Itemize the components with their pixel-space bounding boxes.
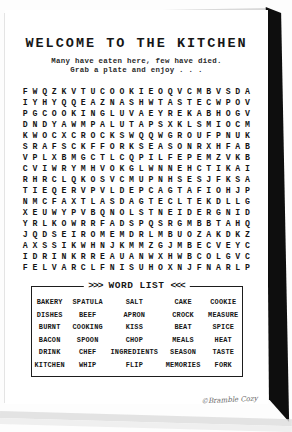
grid-cell[interactable]: N (90, 108, 95, 119)
grid-cell[interactable]: A (226, 218, 231, 229)
grid-cell[interactable]: T (187, 97, 192, 108)
grid-cell[interactable]: I (81, 108, 86, 119)
grid-cell[interactable]: S (158, 119, 163, 130)
grid-cell[interactable]: L (235, 196, 240, 207)
grid-cell[interactable]: K (129, 141, 134, 152)
grid-cell[interactable]: T (206, 163, 211, 174)
word-list-item[interactable]: SALT (110, 296, 158, 309)
word-list-item[interactable]: WHIP (72, 359, 102, 372)
grid-cell[interactable]: P (245, 262, 250, 273)
grid-cell[interactable]: G (168, 130, 173, 141)
grid-cell[interactable]: G (129, 163, 134, 174)
grid-cell[interactable]: T (216, 218, 221, 229)
grid-cell[interactable]: H (139, 97, 144, 108)
grid-cell[interactable]: M (100, 229, 105, 240)
grid-cell[interactable]: H (33, 174, 38, 185)
grid-cell[interactable]: A (100, 119, 105, 130)
word-list-item[interactable]: FORK (208, 359, 238, 372)
grid-cell[interactable]: J (187, 262, 192, 273)
grid-cell[interactable]: D (33, 251, 38, 262)
grid-cell[interactable]: E (226, 240, 231, 251)
grid-cell[interactable]: C (245, 240, 250, 251)
grid-cell[interactable]: T (23, 185, 28, 196)
grid-cell[interactable]: L (42, 218, 47, 229)
grid-cell[interactable]: N (158, 207, 163, 218)
word-list-item[interactable]: COOKING (72, 321, 102, 334)
grid-cell[interactable]: P (71, 207, 76, 218)
grid-cell[interactable]: R (61, 163, 66, 174)
grid-cell[interactable]: D (129, 229, 134, 240)
grid-cell[interactable]: V (100, 163, 105, 174)
grid-cell[interactable]: H (168, 174, 173, 185)
grid-cell[interactable]: T (81, 86, 86, 97)
grid-cell[interactable]: M (81, 119, 86, 130)
grid-cell[interactable]: K (61, 86, 66, 97)
grid-cell[interactable]: D (245, 207, 250, 218)
grid-cell[interactable]: P (33, 152, 38, 163)
grid-cell[interactable]: Z (148, 240, 153, 251)
grid-cell[interactable]: C (81, 262, 86, 273)
grid-cell[interactable]: N (139, 251, 144, 262)
grid-cell[interactable]: F (52, 196, 57, 207)
grid-cell[interactable]: V (245, 108, 250, 119)
grid-cell[interactable]: D (119, 185, 124, 196)
grid-cell[interactable]: E (42, 185, 47, 196)
word-list-item[interactable]: APRON (110, 309, 158, 322)
grid-cell[interactable]: L (90, 262, 95, 273)
grid-cell[interactable]: M (187, 218, 192, 229)
grid-cell[interactable]: M (71, 152, 76, 163)
grid-cell[interactable]: R (226, 262, 231, 273)
grid-cell[interactable]: N (158, 163, 163, 174)
grid-cell[interactable]: F (23, 262, 28, 273)
grid-cell[interactable]: E (33, 207, 38, 218)
grid-cell[interactable]: X (33, 240, 38, 251)
grid-cell[interactable]: W (148, 251, 153, 262)
grid-cell[interactable]: W (216, 97, 221, 108)
grid-cell[interactable]: R (206, 207, 211, 218)
grid-cell[interactable]: C (168, 196, 173, 207)
grid-cell[interactable]: G (235, 108, 240, 119)
grid-cell[interactable]: D (226, 229, 231, 240)
grid-cell[interactable]: G (226, 251, 231, 262)
grid-cell[interactable]: P (23, 108, 28, 119)
grid-cell[interactable]: T (158, 97, 163, 108)
grid-cell[interactable]: U (139, 174, 144, 185)
grid-cell[interactable]: M (129, 174, 134, 185)
grid-cell[interactable]: C (206, 97, 211, 108)
grid-cell[interactable]: R (168, 108, 173, 119)
grid-cell[interactable]: O (90, 229, 95, 240)
grid-cell[interactable]: E (129, 185, 134, 196)
grid-cell[interactable]: X (168, 262, 173, 273)
grid-cell[interactable]: W (81, 240, 86, 251)
grid-cell[interactable]: E (148, 86, 153, 97)
grid-cell[interactable]: D (216, 196, 221, 207)
grid-cell[interactable]: O (177, 141, 182, 152)
grid-cell[interactable]: A (100, 196, 105, 207)
grid-cell[interactable]: N (61, 251, 66, 262)
grid-cell[interactable]: I (235, 207, 240, 218)
grid-cell[interactable]: R (90, 251, 95, 262)
grid-cell[interactable]: E (197, 152, 202, 163)
grid-cell[interactable]: W (158, 130, 163, 141)
grid-cell[interactable]: K (216, 229, 221, 240)
grid-cell[interactable]: Q (71, 97, 76, 108)
grid-cell[interactable]: S (158, 218, 163, 229)
grid-cell[interactable]: R (81, 229, 86, 240)
grid-cell[interactable]: B (61, 152, 66, 163)
grid-cell[interactable]: S (129, 262, 134, 273)
grid-cell[interactable]: A (187, 185, 192, 196)
word-list-item[interactable]: BEAT (166, 321, 201, 334)
grid-cell[interactable]: C (206, 240, 211, 251)
grid-cell[interactable]: A (139, 108, 144, 119)
grid-cell[interactable]: M (177, 240, 182, 251)
grid-cell[interactable]: I (216, 119, 221, 130)
grid-cell[interactable]: V (245, 97, 250, 108)
grid-cell[interactable]: U (119, 108, 124, 119)
grid-cell[interactable]: F (52, 141, 57, 152)
grid-cell[interactable]: L (110, 108, 115, 119)
grid-cell[interactable]: U (119, 251, 124, 262)
grid-cell[interactable]: G (168, 185, 173, 196)
grid-cell[interactable]: U (235, 130, 240, 141)
grid-cell[interactable]: W (33, 130, 38, 141)
grid-cell[interactable]: G (81, 152, 86, 163)
grid-cell[interactable]: N (206, 262, 211, 273)
grid-cell[interactable]: M (197, 86, 202, 97)
grid-cell[interactable]: V (100, 185, 105, 196)
grid-cell[interactable]: V (129, 108, 134, 119)
grid-cell[interactable]: S (23, 141, 28, 152)
grid-cell[interactable]: K (110, 130, 115, 141)
grid-cell[interactable]: P (139, 152, 144, 163)
grid-cell[interactable]: A (42, 141, 47, 152)
grid-cell[interactable]: M (206, 152, 211, 163)
word-list-item[interactable]: BAKERY (35, 296, 65, 309)
grid-cell[interactable]: Q (129, 152, 134, 163)
grid-cell[interactable]: S (61, 141, 66, 152)
grid-cell[interactable]: C (52, 174, 57, 185)
grid-cell[interactable]: A (61, 262, 66, 273)
word-list-item[interactable]: BEEF (72, 309, 102, 322)
grid-cell[interactable]: A (90, 97, 95, 108)
grid-cell[interactable]: C (245, 251, 250, 262)
grid-cell[interactable]: A (61, 196, 66, 207)
grid-cell[interactable]: S (52, 240, 57, 251)
grid-cell[interactable]: O (187, 229, 192, 240)
grid-cell[interactable]: L (110, 185, 115, 196)
grid-cell[interactable]: I (23, 97, 28, 108)
grid-cell[interactable]: I (61, 240, 66, 251)
grid-cell[interactable]: B (168, 229, 173, 240)
grid-cell[interactable]: H (216, 108, 221, 119)
grid-cell[interactable]: O (119, 86, 124, 97)
grid-cell[interactable]: J (23, 229, 28, 240)
grid-cell[interactable]: P (90, 119, 95, 130)
grid-cell[interactable]: Q (71, 174, 76, 185)
grid-cell[interactable]: E (187, 174, 192, 185)
grid-cell[interactable]: J (235, 185, 240, 196)
word-list-item[interactable]: CROCK (166, 309, 201, 322)
grid-cell[interactable]: C (42, 108, 47, 119)
word-list-item[interactable]: CAKE (166, 296, 201, 309)
grid-cell[interactable]: L (216, 251, 221, 262)
grid-cell[interactable]: B (245, 152, 250, 163)
grid-cell[interactable]: U (197, 130, 202, 141)
grid-cell[interactable]: A (216, 262, 221, 273)
grid-cell[interactable]: K (129, 86, 134, 97)
grid-cell[interactable]: M (245, 119, 250, 130)
word-list-item[interactable]: KITCHEN (35, 359, 65, 372)
grid-cell[interactable]: L (129, 207, 134, 218)
grid-cell[interactable]: O (216, 185, 221, 196)
grid-cell[interactable]: X (71, 196, 76, 207)
grid-cell[interactable]: U (177, 229, 182, 240)
grid-cell[interactable]: E (33, 262, 38, 273)
grid-cell[interactable]: R (23, 174, 28, 185)
grid-cell[interactable]: Y (61, 207, 66, 218)
grid-cell[interactable]: V (71, 86, 76, 97)
grid-cell[interactable]: S (139, 141, 144, 152)
grid-cell[interactable]: K (71, 240, 76, 251)
grid-cell[interactable]: M (139, 240, 144, 251)
grid-cell[interactable]: D (119, 196, 124, 207)
grid-cell[interactable]: S (168, 141, 173, 152)
grid-cell[interactable]: H (187, 163, 192, 174)
grid-cell[interactable]: T (81, 196, 86, 207)
word-list-item[interactable]: MEALS (166, 334, 201, 347)
grid-cell[interactable]: R (81, 130, 86, 141)
grid-cell[interactable]: I (33, 185, 38, 196)
grid-cell[interactable]: C (119, 174, 124, 185)
grid-cell[interactable]: A (110, 218, 115, 229)
grid-cell[interactable]: C (90, 152, 95, 163)
grid-cell[interactable]: S (110, 196, 115, 207)
word-list-item[interactable]: DISHES (35, 309, 65, 322)
grid-cell[interactable]: D (187, 207, 192, 218)
grid-cell[interactable]: E (168, 207, 173, 218)
grid-cell[interactable]: T (187, 196, 192, 207)
grid-cell[interactable]: C (23, 163, 28, 174)
grid-cell[interactable]: T (148, 196, 153, 207)
grid-cell[interactable]: L (61, 174, 66, 185)
grid-cell[interactable]: E (61, 229, 66, 240)
grid-cell[interactable]: V (81, 185, 86, 196)
grid-cell[interactable]: O (90, 174, 95, 185)
grid-cell[interactable]: P (148, 119, 153, 130)
grid-cell[interactable]: C (148, 185, 153, 196)
word-list-item[interactable]: COOKIE (208, 296, 238, 309)
grid-cell[interactable]: P (187, 152, 192, 163)
grid-cell[interactable]: A (139, 119, 144, 130)
grid-cell[interactable]: O (226, 119, 231, 130)
grid-cell[interactable]: R (119, 141, 124, 152)
grid-cell[interactable]: S (139, 207, 144, 218)
grid-cell[interactable]: X (158, 251, 163, 262)
grid-cell[interactable]: K (71, 108, 76, 119)
grid-cell[interactable]: I (148, 152, 153, 163)
grid-cell[interactable]: H (235, 218, 240, 229)
grid-cell[interactable]: I (52, 251, 57, 262)
grid-cell[interactable]: S (129, 218, 134, 229)
grid-cell[interactable]: Q (52, 185, 57, 196)
grid-cell[interactable]: A (235, 163, 240, 174)
grid-cell[interactable]: V (226, 152, 231, 163)
grid-cell[interactable]: L (90, 196, 95, 207)
word-list-item[interactable]: DRINK (35, 346, 65, 359)
grid-cell[interactable]: E (100, 251, 105, 262)
grid-cell[interactable]: O (52, 108, 57, 119)
grid-cell[interactable]: G (158, 240, 163, 251)
grid-cell[interactable]: Q (100, 207, 105, 218)
grid-cell[interactable]: R (81, 251, 86, 262)
grid-cell[interactable]: Z (100, 97, 105, 108)
grid-cell[interactable]: L (148, 229, 153, 240)
grid-cell[interactable]: X (168, 119, 173, 130)
grid-cell[interactable]: F (206, 130, 211, 141)
grid-cell[interactable]: R (90, 218, 95, 229)
grid-cell[interactable]: I (206, 185, 211, 196)
grid-cell[interactable]: E (61, 185, 66, 196)
grid-cell[interactable]: O (61, 108, 66, 119)
grid-cell[interactable]: V (23, 152, 28, 163)
grid-cell[interactable]: O (61, 218, 66, 229)
grid-cell[interactable]: Y (33, 97, 38, 108)
word-list-item[interactable]: TASTE (208, 346, 238, 359)
grid-cell[interactable]: J (206, 174, 211, 185)
grid-cell[interactable]: Q (168, 86, 173, 97)
grid-cell[interactable]: W (129, 130, 134, 141)
grid-cell[interactable]: O (110, 86, 115, 97)
grid-cell[interactable]: C (235, 119, 240, 130)
grid-cell[interactable]: N (226, 207, 231, 218)
grid-cell[interactable]: B (187, 251, 192, 262)
grid-cell[interactable]: J (110, 240, 115, 251)
grid-cell[interactable]: P (245, 185, 250, 196)
grid-cell[interactable]: Q (42, 86, 47, 97)
word-list-item[interactable]: MEMORIES (166, 359, 201, 372)
grid-cell[interactable]: R (81, 218, 86, 229)
grid-cell[interactable]: U (119, 119, 124, 130)
grid-cell[interactable]: T (177, 185, 182, 196)
grid-cell[interactable]: O (119, 207, 124, 218)
grid-cell[interactable]: E (177, 108, 182, 119)
grid-cell[interactable]: K (235, 152, 240, 163)
grid-cell[interactable]: A (197, 108, 202, 119)
grid-cell[interactable]: A (206, 229, 211, 240)
grid-cell[interactable]: A (119, 97, 124, 108)
word-list-item[interactable]: HEAT (208, 334, 238, 347)
grid-cell[interactable]: X (206, 141, 211, 152)
grid-cell[interactable]: R (177, 130, 182, 141)
grid-cell[interactable]: B (187, 240, 192, 251)
grid-cell[interactable]: H (90, 240, 95, 251)
grid-cell[interactable]: A (168, 97, 173, 108)
grid-cell[interactable]: R (197, 141, 202, 152)
word-list-item[interactable]: SPICE (208, 321, 238, 334)
grid-cell[interactable]: S (52, 229, 57, 240)
grid-cell[interactable]: E (177, 152, 182, 163)
grid-cell[interactable]: E (110, 229, 115, 240)
grid-cell[interactable]: P (139, 185, 144, 196)
grid-cell[interactable]: U (90, 86, 95, 97)
grid-cell[interactable]: V (216, 86, 221, 97)
grid-cell[interactable]: X (23, 207, 28, 218)
grid-cell[interactable]: E (148, 141, 153, 152)
grid-cell[interactable]: M (33, 196, 38, 207)
grid-cell[interactable]: A (158, 141, 163, 152)
grid-cell[interactable]: R (71, 262, 76, 273)
grid-cell[interactable]: M (206, 119, 211, 130)
grid-cell[interactable]: K (177, 119, 182, 130)
grid-cell[interactable]: E (81, 97, 86, 108)
grid-cell[interactable]: I (42, 163, 47, 174)
grid-cell[interactable]: O (226, 108, 231, 119)
grid-cell[interactable]: K (226, 174, 231, 185)
grid-cell[interactable]: F (100, 262, 105, 273)
grid-cell[interactable]: Q (148, 130, 153, 141)
grid-cell[interactable]: H (168, 251, 173, 262)
grid-cell[interactable]: C (100, 130, 105, 141)
grid-cell[interactable]: L (110, 152, 115, 163)
grid-cell[interactable]: M (119, 229, 124, 240)
grid-cell[interactable]: H (148, 262, 153, 273)
grid-cell[interactable]: N (110, 97, 115, 108)
grid-cell[interactable]: A (129, 251, 134, 262)
grid-cell[interactable]: T (129, 119, 134, 130)
grid-cell[interactable]: Y (52, 119, 57, 130)
grid-cell[interactable]: I (23, 251, 28, 262)
grid-cell[interactable]: K (119, 163, 124, 174)
grid-cell[interactable]: I (139, 86, 144, 97)
grid-cell[interactable]: V (52, 262, 57, 273)
grid-cell[interactable]: G (100, 108, 105, 119)
grid-cell[interactable]: D (42, 119, 47, 130)
grid-cell[interactable]: F (226, 141, 231, 152)
grid-cell[interactable]: H (216, 141, 221, 152)
grid-cell[interactable]: A (129, 196, 134, 207)
grid-cell[interactable]: P (90, 185, 95, 196)
word-list-item[interactable]: SPATULA (72, 296, 102, 309)
grid-cell[interactable]: P (148, 174, 153, 185)
grid-cell[interactable]: W (71, 218, 76, 229)
grid-cell[interactable]: V (235, 251, 240, 262)
grid-cell[interactable]: A (158, 185, 163, 196)
grid-cell[interactable]: F (23, 86, 28, 97)
grid-cell[interactable]: H (90, 163, 95, 174)
grid-cell[interactable]: I (216, 163, 221, 174)
grid-cell[interactable]: N (110, 207, 115, 218)
grid-cell[interactable]: B (197, 218, 202, 229)
grid-cell[interactable]: R (42, 174, 47, 185)
grid-cell[interactable]: L (235, 262, 240, 273)
grid-cell[interactable]: W (33, 86, 38, 97)
grid-cell[interactable]: S (119, 130, 124, 141)
grid-cell[interactable]: L (177, 196, 182, 207)
grid-cell[interactable]: Q (139, 130, 144, 141)
word-list-item[interactable]: BURNT (35, 321, 65, 334)
grid-cell[interactable]: R (33, 218, 38, 229)
grid-cell[interactable]: R (139, 229, 144, 240)
grid-cell[interactable]: D (42, 229, 47, 240)
grid-cell[interactable]: N (187, 141, 192, 152)
grid-cell[interactable]: K (52, 218, 57, 229)
grid-cell[interactable]: K (23, 130, 28, 141)
grid-cell[interactable]: K (235, 229, 240, 240)
grid-cell[interactable]: W (52, 163, 57, 174)
